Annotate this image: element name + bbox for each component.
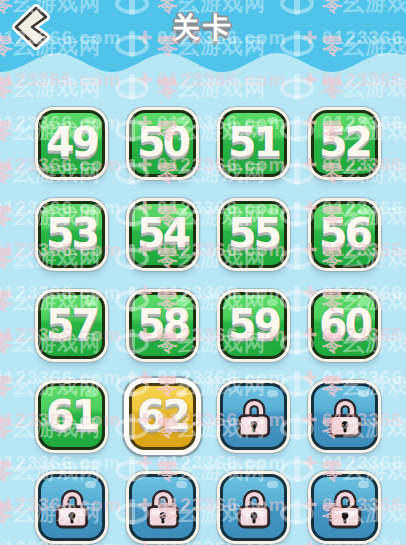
level-button-52[interactable]: 52 [311,110,378,177]
level-button-locked[interactable] [129,474,196,541]
level-number: 50 [137,122,188,166]
level-button-59[interactable]: 59 [220,292,287,359]
level-number: 51 [228,122,279,166]
lock-icon [235,486,273,530]
level-number: 56 [319,213,370,257]
level-number: 59 [228,304,279,348]
level-button-locked[interactable] [311,383,378,450]
lock-icon [235,395,273,439]
level-number: 61 [46,395,97,439]
level-number: 60 [319,304,370,348]
level-number: 58 [137,304,188,348]
level-number: 53 [46,213,97,257]
level-number: 55 [228,213,279,257]
level-button-51[interactable]: 51 [220,110,287,177]
level-button-56[interactable]: 56 [311,201,378,268]
back-chevron-icon [7,4,51,50]
watermark-logo-icon [115,78,149,99]
lock-icon [144,486,182,530]
level-number: 54 [137,213,188,257]
level-button-54[interactable]: 54 [129,201,196,268]
lock-icon [53,486,91,530]
level-number: 49 [46,122,97,166]
back-button[interactable] [7,4,51,50]
level-button-61[interactable]: 61 [38,383,105,450]
lock-icon [326,486,364,530]
level-grid: 4950515253545556575859606162 [38,110,378,541]
level-button-locked[interactable] [311,474,378,541]
watermark-logo-icon [280,78,314,99]
level-button-locked[interactable] [38,474,105,541]
level-number: 52 [319,122,370,166]
level-button-49[interactable]: 49 [38,110,105,177]
watermark-name-row: 零幺游戏网零幺游戏网零幺游戏网 [0,74,406,102]
level-number: 57 [46,304,97,348]
level-button-locked[interactable] [220,383,287,450]
level-button-58[interactable]: 58 [129,292,196,359]
level-button-locked[interactable] [220,474,287,541]
lock-icon [326,395,364,439]
level-select-screen: 关卡 4950515253545556575859606162 [0,0,406,545]
level-button-53[interactable]: 53 [38,201,105,268]
level-button-50[interactable]: 50 [129,110,196,177]
level-button-55[interactable]: 55 [220,201,287,268]
page-title: 关卡 [0,9,406,47]
level-button-57[interactable]: 57 [38,292,105,359]
level-button-62[interactable]: 62 [129,383,196,450]
level-button-60[interactable]: 60 [311,292,378,359]
level-number: 62 [137,395,188,439]
